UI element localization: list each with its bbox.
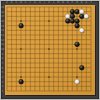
coordinate-label-top: G — [34, 1, 36, 4]
coordinate-label-left: 12 — [1, 39, 5, 42]
coordinate-label-top: O — [67, 1, 69, 4]
go-stone-black-D3 — [19, 79, 24, 84]
coordinate-label-left: 4 — [2, 76, 4, 79]
coordinate-label-top: H — [39, 1, 41, 4]
coordinate-label-left: 16 — [1, 20, 5, 23]
coordinate-labels: ABCDEFGHJKLMNOPQRST191817161514131211109… — [1, 1, 92, 93]
coordinate-label-top: P — [72, 1, 74, 4]
star-point — [48, 20, 50, 22]
coordinate-label-top: A — [6, 1, 8, 4]
go-stone-black-P18 — [70, 9, 75, 14]
coordinate-label-top: D — [20, 1, 22, 4]
coordinate-label-top: L — [53, 1, 55, 4]
coordinate-label-left: 10 — [1, 48, 5, 51]
coordinate-label-left: 8 — [2, 57, 4, 60]
coordinate-label-top: S — [86, 1, 88, 4]
coordinate-label-left: 11 — [1, 43, 5, 46]
star-point — [48, 48, 50, 50]
coordinate-label-top: T — [90, 1, 92, 4]
star-point — [20, 20, 22, 22]
coordinate-label-top: F — [30, 1, 32, 4]
coordinate-label-top: Q — [76, 1, 78, 4]
go-stone-white-Q3 — [75, 79, 80, 84]
go-stone-black-R6 — [79, 65, 84, 70]
coordinate-label-top: R — [81, 1, 83, 4]
coordinate-label-top: E — [25, 1, 27, 4]
board-overlay: ABCDEFGHJKLMNOPQRST191817161514131211109… — [0, 0, 100, 100]
go-stone-black-D15 — [19, 23, 24, 28]
star-point — [20, 48, 22, 50]
go-stone-black-R17 — [79, 14, 84, 19]
star-point — [48, 76, 50, 78]
stones-layer — [19, 9, 90, 84]
coordinate-label-left: 9 — [2, 53, 4, 56]
go-stone-black-O16 — [65, 19, 70, 24]
go-stone-white-O17 — [65, 14, 70, 19]
coordinate-label-left: 19 — [1, 6, 5, 9]
go-stone-black-P17 — [70, 14, 75, 19]
coordinate-label-left: 13 — [1, 34, 5, 37]
coordinate-label-left: 18 — [1, 11, 5, 14]
coordinate-label-left: 15 — [1, 25, 5, 28]
go-stone-white-R18 — [79, 9, 84, 14]
coordinate-label-left: 5 — [2, 71, 4, 74]
star-point — [76, 48, 78, 50]
go-stone-black-Q18 — [75, 9, 80, 14]
go-stone-white-S17 — [84, 14, 89, 19]
coordinate-label-top: M — [57, 1, 59, 4]
coordinate-label-top: J — [43, 1, 45, 4]
coordinate-label-left: 3 — [2, 81, 4, 84]
coordinate-label-top: C — [15, 1, 17, 4]
coordinate-label-left: 1 — [2, 90, 4, 93]
coordinate-label-top: K — [48, 1, 50, 4]
coordinate-label-top: B — [11, 1, 13, 4]
coordinate-label-left: 14 — [1, 29, 5, 32]
star-point — [20, 76, 22, 78]
go-stone-white-R14 — [79, 28, 84, 33]
star-point — [76, 76, 78, 78]
coordinate-label-left: 6 — [2, 67, 4, 70]
go-stone-black-P16 — [70, 19, 75, 24]
coordinate-label-left: 2 — [2, 85, 4, 88]
coordinate-label-top: N — [62, 1, 64, 4]
go-stone-black-Q15 — [75, 23, 80, 28]
go-stone-black-Q16 — [75, 19, 80, 24]
go-stone-black-Q11 — [75, 42, 80, 47]
coordinate-label-left: 17 — [1, 15, 5, 18]
coordinate-label-left: 7 — [2, 62, 4, 65]
